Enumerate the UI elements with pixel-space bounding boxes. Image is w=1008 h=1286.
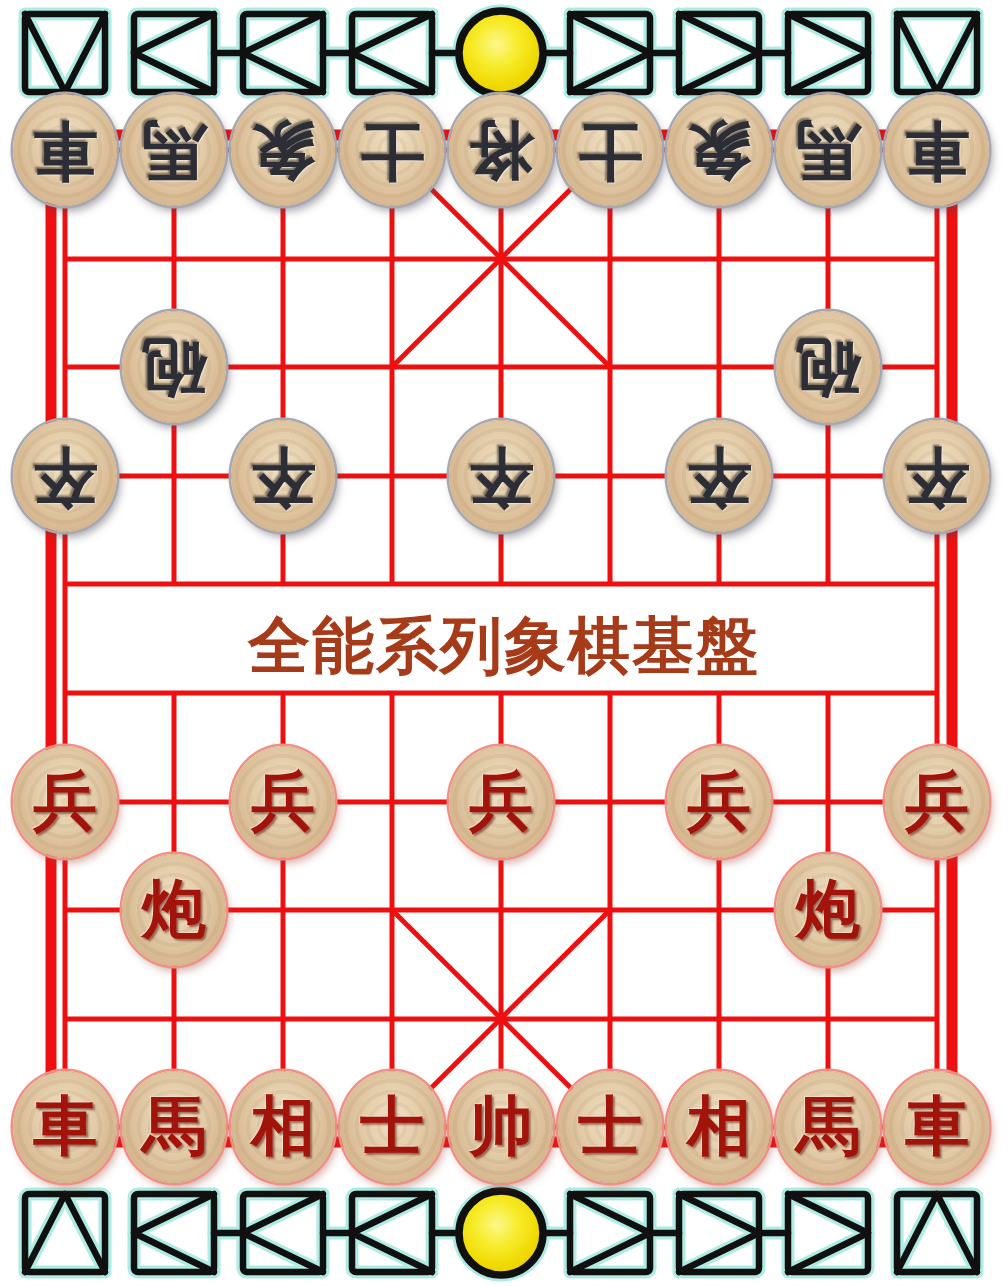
intersection-3-7[interactable] — [774, 421, 883, 530]
intersection-6-8[interactable]: 兵 — [883, 747, 992, 856]
xiangqi-app: 車馬象士将士象馬車砲砲卒卒卒卒卒兵兵兵兵兵炮炮車馬相士帅士相馬車 全能系列象棋基… — [0, 0, 1008, 1286]
piece-black-soldier[interactable]: 卒 — [667, 420, 771, 532]
piece-glyph: 士 — [578, 118, 642, 182]
intersection-9-4[interactable]: 帅 — [447, 1073, 556, 1182]
intersection-6-7[interactable] — [774, 747, 883, 856]
piece-black-horse[interactable]: 馬 — [122, 94, 226, 206]
intersection-7-1[interactable]: 炮 — [120, 856, 229, 965]
intersection-0-4[interactable]: 将 — [447, 96, 556, 205]
intersection-0-1[interactable]: 馬 — [120, 96, 229, 205]
piece-black-elephant[interactable]: 象 — [231, 94, 335, 206]
piece-glyph: 馬 — [796, 1095, 860, 1159]
piece-red-elephant[interactable]: 相 — [667, 1071, 771, 1183]
piece-glyph: 象 — [687, 118, 751, 182]
piece-glyph: 砲 — [142, 335, 206, 399]
piece-red-general[interactable]: 帅 — [449, 1071, 553, 1183]
intersection-6-2[interactable]: 兵 — [229, 747, 338, 856]
intersection-1-1[interactable] — [120, 204, 229, 313]
intersection-9-2[interactable]: 相 — [229, 1073, 338, 1182]
piece-glyph: 馬 — [142, 118, 206, 182]
intersection-9-8[interactable]: 車 — [883, 1073, 992, 1182]
piece-glyph: 車 — [33, 1095, 97, 1159]
intersection-3-2[interactable]: 卒 — [229, 421, 338, 530]
piece-black-chariot[interactable]: 車 — [885, 94, 989, 206]
piece-glyph: 士 — [578, 1095, 642, 1159]
intersection-2-5[interactable] — [556, 313, 665, 422]
intersection-6-5[interactable] — [556, 747, 665, 856]
intersection-9-3[interactable]: 士 — [338, 1073, 447, 1182]
piece-glyph: 車 — [905, 1095, 969, 1159]
intersection-8-3[interactable] — [338, 964, 447, 1073]
intersection-2-3[interactable] — [338, 313, 447, 422]
piece-red-horse[interactable]: 馬 — [122, 1071, 226, 1183]
piece-black-cannon[interactable]: 砲 — [122, 311, 226, 423]
intersection-9-5[interactable]: 士 — [556, 1073, 665, 1182]
intersection-3-1[interactable] — [120, 421, 229, 530]
piece-glyph: 炮 — [142, 878, 206, 942]
intersection-6-6[interactable]: 兵 — [665, 747, 774, 856]
intersection-3-3[interactable] — [338, 421, 447, 530]
intersection-0-0[interactable]: 車 — [11, 96, 120, 205]
piece-glyph: 卒 — [687, 444, 751, 508]
intersection-6-4[interactable]: 兵 — [447, 747, 556, 856]
intersection-8-6[interactable] — [665, 964, 774, 1073]
intersection-9-0[interactable]: 車 — [11, 1073, 120, 1182]
intersection-7-8[interactable] — [883, 856, 992, 965]
intersection-7-0[interactable] — [11, 856, 120, 965]
piece-glyph: 車 — [33, 118, 97, 182]
piece-glyph: 馬 — [796, 118, 860, 182]
piece-black-advisor[interactable]: 士 — [558, 94, 662, 206]
intersection-9-6[interactable]: 相 — [665, 1073, 774, 1182]
intersection-2-2[interactable] — [229, 313, 338, 422]
piece-black-soldier[interactable]: 卒 — [449, 420, 553, 532]
piece-glyph: 将 — [469, 118, 533, 182]
intersection-0-3[interactable]: 士 — [338, 96, 447, 205]
piece-red-chariot[interactable]: 車 — [13, 1071, 117, 1183]
piece-glyph: 象 — [251, 118, 315, 182]
piece-black-horse[interactable]: 馬 — [776, 94, 880, 206]
intersection-8-1[interactable] — [120, 964, 229, 1073]
intersection-6-1[interactable] — [120, 747, 229, 856]
intersection-8-8[interactable] — [883, 964, 992, 1073]
piece-black-soldier[interactable]: 卒 — [885, 420, 989, 532]
piece-glyph: 車 — [905, 118, 969, 182]
intersection-7-3[interactable] — [338, 856, 447, 965]
intersection-8-0[interactable] — [11, 964, 120, 1073]
intersection-9-1[interactable]: 馬 — [120, 1073, 229, 1182]
piece-red-cannon[interactable]: 炮 — [776, 854, 880, 966]
piece-glyph: 兵 — [33, 770, 97, 834]
piece-black-advisor[interactable]: 士 — [340, 94, 444, 206]
intersection-8-7[interactable] — [774, 964, 883, 1073]
piece-glyph: 砲 — [796, 335, 860, 399]
piece-red-advisor[interactable]: 士 — [558, 1071, 662, 1183]
intersection-1-4[interactable] — [447, 204, 556, 313]
piece-black-general[interactable]: 将 — [449, 94, 553, 206]
piece-glyph: 卒 — [251, 444, 315, 508]
intersection-7-7[interactable]: 炮 — [774, 856, 883, 965]
piece-red-soldier[interactable]: 兵 — [449, 746, 553, 858]
intersection-2-4[interactable] — [447, 313, 556, 422]
piece-glyph: 卒 — [905, 444, 969, 508]
piece-glyph: 相 — [687, 1095, 751, 1159]
intersection-2-6[interactable] — [665, 313, 774, 422]
intersection-9-7[interactable]: 馬 — [774, 1073, 883, 1182]
piece-glyph: 卒 — [469, 444, 533, 508]
piece-black-soldier[interactable]: 卒 — [231, 420, 335, 532]
intersection-8-5[interactable] — [556, 964, 665, 1073]
intersection-0-8[interactable]: 車 — [883, 96, 992, 205]
piece-glyph: 士 — [360, 1095, 424, 1159]
piece-red-horse[interactable]: 馬 — [776, 1071, 880, 1183]
intersection-2-8[interactable] — [883, 313, 992, 422]
river-title: 全能系列象棋基盤 — [0, 604, 1008, 688]
intersection-2-1[interactable]: 砲 — [120, 313, 229, 422]
intersection-7-4[interactable] — [447, 856, 556, 965]
intersection-6-3[interactable] — [338, 747, 447, 856]
intersection-7-6[interactable] — [665, 856, 774, 965]
intersection-0-7[interactable]: 馬 — [774, 96, 883, 205]
intersection-1-2[interactable] — [229, 204, 338, 313]
piece-black-soldier[interactable]: 卒 — [13, 420, 117, 532]
intersection-2-7[interactable]: 砲 — [774, 313, 883, 422]
piece-red-cannon[interactable]: 炮 — [122, 854, 226, 966]
piece-black-chariot[interactable]: 車 — [13, 94, 117, 206]
piece-red-soldier[interactable]: 兵 — [13, 746, 117, 858]
intersection-1-7[interactable] — [774, 204, 883, 313]
piece-glyph: 兵 — [251, 770, 315, 834]
piece-glyph: 卒 — [33, 444, 97, 508]
intersection-7-5[interactable] — [556, 856, 665, 965]
piece-red-soldier[interactable]: 兵 — [667, 746, 771, 858]
piece-glyph: 帅 — [469, 1095, 533, 1159]
piece-red-soldier[interactable]: 兵 — [231, 746, 335, 858]
intersection-0-6[interactable]: 象 — [665, 96, 774, 205]
intersection-2-0[interactable] — [11, 313, 120, 422]
ornament-sun-circle-icon — [459, 1191, 543, 1275]
piece-glyph: 炮 — [796, 878, 860, 942]
intersection-7-2[interactable] — [229, 856, 338, 965]
piece-glyph: 兵 — [687, 770, 751, 834]
intersection-3-0[interactable]: 卒 — [11, 421, 120, 530]
intersection-1-0[interactable] — [11, 204, 120, 313]
intersection-1-8[interactable] — [883, 204, 992, 313]
piece-glyph: 兵 — [905, 770, 969, 834]
intersection-3-8[interactable]: 卒 — [883, 421, 992, 530]
piece-red-chariot[interactable]: 車 — [885, 1071, 989, 1183]
intersection-1-6[interactable] — [665, 204, 774, 313]
intersection-3-5[interactable] — [556, 421, 665, 530]
piece-red-soldier[interactable]: 兵 — [885, 746, 989, 858]
intersection-8-2[interactable] — [229, 964, 338, 1073]
intersection-1-5[interactable] — [556, 204, 665, 313]
piece-black-elephant[interactable]: 象 — [667, 94, 771, 206]
intersection-1-3[interactable] — [338, 204, 447, 313]
piece-glyph: 兵 — [469, 770, 533, 834]
piece-red-elephant[interactable]: 相 — [231, 1071, 335, 1183]
piece-glyph: 相 — [251, 1095, 315, 1159]
intersection-3-6[interactable]: 卒 — [665, 421, 774, 530]
intersection-0-5[interactable]: 士 — [556, 96, 665, 205]
ornament-sun-circle-icon — [459, 11, 543, 95]
piece-glyph: 馬 — [142, 1095, 206, 1159]
piece-glyph: 士 — [360, 118, 424, 182]
intersection-8-4[interactable] — [447, 964, 556, 1073]
intersection-0-2[interactable]: 象 — [229, 96, 338, 205]
intersection-3-4[interactable]: 卒 — [447, 421, 556, 530]
piece-red-advisor[interactable]: 士 — [340, 1071, 444, 1183]
intersection-6-0[interactable]: 兵 — [11, 747, 120, 856]
piece-black-cannon[interactable]: 砲 — [776, 311, 880, 423]
